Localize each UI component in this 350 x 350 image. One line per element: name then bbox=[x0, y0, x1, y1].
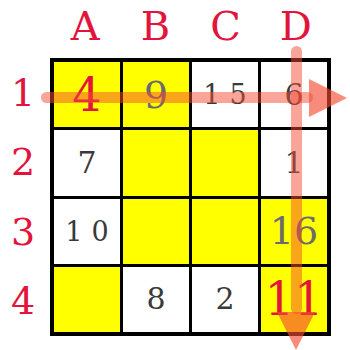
cell-B1: 9 bbox=[123, 62, 189, 127]
cell-D4-value: 11 bbox=[265, 276, 324, 322]
row-label-3: 3 bbox=[0, 197, 46, 267]
cell-A3: 10 bbox=[54, 199, 120, 264]
cell-D3-value: 16 bbox=[270, 212, 318, 250]
cell-B3 bbox=[123, 199, 189, 264]
cell-A3-value: 10 bbox=[65, 218, 117, 245]
column-header-A: A bbox=[50, 2, 120, 50]
cell-C2 bbox=[192, 130, 258, 195]
cell-C4-value: 2 bbox=[215, 284, 234, 314]
puzzle-diagram: ABCD 1234 491567110168211 bbox=[0, 0, 350, 350]
column-header-B: B bbox=[120, 2, 190, 50]
cell-C1-value: 15 bbox=[203, 81, 255, 108]
cell-A2: 7 bbox=[54, 130, 120, 195]
cell-A1-value: 4 bbox=[72, 72, 101, 118]
cell-A1: 4 bbox=[54, 62, 120, 127]
cell-D1: 6 bbox=[261, 62, 327, 127]
cell-D2-value: 1 bbox=[284, 148, 303, 178]
cell-C4: 2 bbox=[192, 267, 258, 332]
cell-D3: 16 bbox=[261, 199, 327, 264]
puzzle-grid: 491567110168211 bbox=[50, 58, 331, 336]
column-header-D: D bbox=[261, 2, 331, 50]
cell-A4 bbox=[54, 267, 120, 332]
row-label-2: 2 bbox=[0, 128, 46, 198]
cell-B2 bbox=[123, 130, 189, 195]
row-labels: 1234 bbox=[0, 58, 46, 336]
cell-C1: 15 bbox=[192, 62, 258, 127]
row-label-4: 4 bbox=[0, 267, 46, 337]
cell-C3 bbox=[192, 199, 258, 264]
cell-B4: 8 bbox=[123, 267, 189, 332]
column-headers: ABCD bbox=[50, 2, 331, 50]
cell-B4-value: 8 bbox=[146, 284, 165, 314]
column-header-C: C bbox=[191, 2, 261, 50]
cell-D4: 11 bbox=[261, 267, 327, 332]
row-label-1: 1 bbox=[0, 58, 46, 128]
cell-A2-value: 7 bbox=[77, 148, 96, 178]
cell-D2: 1 bbox=[261, 130, 327, 195]
cell-B1-value: 9 bbox=[144, 76, 168, 114]
cell-D1-value: 6 bbox=[284, 80, 303, 110]
